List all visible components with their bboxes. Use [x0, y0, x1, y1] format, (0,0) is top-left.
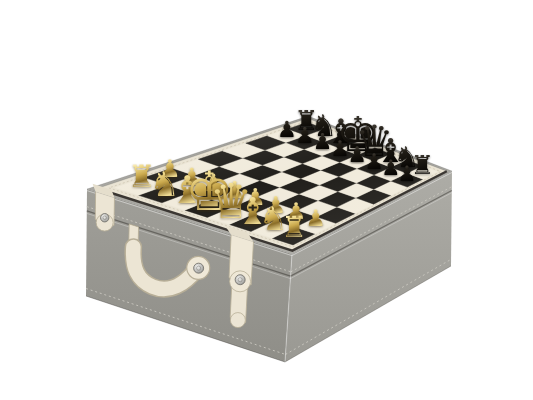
piece-black-pawn-a7: ♟: [398, 163, 417, 184]
piece-white-rook-a1: ♜: [281, 213, 307, 242]
piece-black-pawn-h7: ♟: [277, 118, 297, 140]
piece-white-pawn-a2: ♟: [306, 207, 326, 230]
chess-box-product-photo: ♜♞♟♝♟♚♟♛♟♝♟♞♟♜♟♟♟♟♜♟♞♟♝♟♚♟♛♟♝♟♞♜: [0, 0, 533, 400]
pieces-layer: ♜♞♟♝♟♚♟♛♟♝♟♞♟♜♟♟♟♟♜♟♞♟♝♟♚♟♛♟♝♟♞♜: [0, 0, 533, 400]
